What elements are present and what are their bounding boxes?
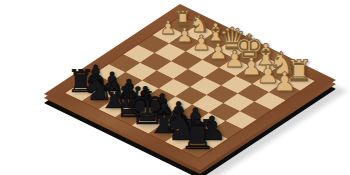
piece-white-pawn-b2[interactable]: ♟ [176,26,194,46]
piece-black-rook-h8[interactable]: ♜ [179,115,215,156]
chess-set-product-photo: ♜♞♝♛♚♝♞♜♟♟♟♟♟♟♟♟♟♟♟♟♟♟♟♟♜♞♝♛♚♝♞♜ [0,0,350,175]
piece-white-pawn-h2[interactable]: ♟ [273,69,297,95]
piece-white-pawn-a2[interactable]: ♟ [160,19,177,37]
